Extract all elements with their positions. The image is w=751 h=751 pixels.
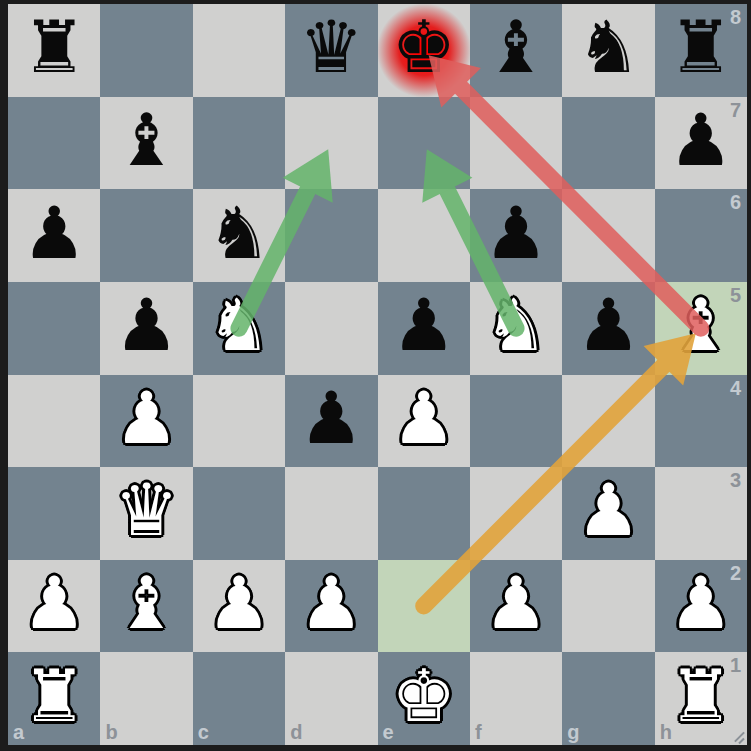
square-f2[interactable]: ♟ <box>470 560 562 653</box>
piece-black-bishop-f8[interactable]: ♝ <box>470 1 562 94</box>
square-c3[interactable] <box>193 467 285 560</box>
piece-black-king-e8[interactable]: ♚ <box>378 1 470 94</box>
square-a8[interactable]: ♜ <box>8 4 100 97</box>
square-e6[interactable] <box>378 189 470 282</box>
piece-black-pawn-f6[interactable]: ♟ <box>470 186 562 279</box>
square-f3[interactable] <box>470 467 562 560</box>
square-h4[interactable]: 4 <box>655 375 747 468</box>
file-label-d: d <box>290 721 302 744</box>
square-e2[interactable] <box>378 560 470 653</box>
piece-white-king-e1[interactable]: ♚ <box>378 649 470 742</box>
square-c5[interactable]: ♞ <box>193 282 285 375</box>
piece-white-rook-a1[interactable]: ♜ <box>8 649 100 742</box>
square-d3[interactable] <box>285 467 377 560</box>
piece-white-queen-b3[interactable]: ♛ <box>100 464 192 557</box>
square-c2[interactable]: ♟ <box>193 560 285 653</box>
square-b2[interactable]: ♝ <box>100 560 192 653</box>
rank-label-4: 4 <box>730 377 741 400</box>
square-d8[interactable]: ♛ <box>285 4 377 97</box>
piece-black-rook-h8[interactable]: ♜ <box>655 1 747 94</box>
square-d2[interactable]: ♟ <box>285 560 377 653</box>
square-h5[interactable]: 5♝ <box>655 282 747 375</box>
square-h3[interactable]: 3 <box>655 467 747 560</box>
piece-black-pawn-a6[interactable]: ♟ <box>8 186 100 279</box>
square-b3[interactable]: ♛ <box>100 467 192 560</box>
rank-label-3: 3 <box>730 469 741 492</box>
file-label-f: f <box>475 721 482 744</box>
square-c4[interactable] <box>193 375 285 468</box>
square-f6[interactable]: ♟ <box>470 189 562 282</box>
square-g6[interactable] <box>562 189 654 282</box>
square-a3[interactable] <box>8 467 100 560</box>
square-b6[interactable] <box>100 189 192 282</box>
piece-white-pawn-f2[interactable]: ♟ <box>470 557 562 650</box>
square-h2[interactable]: 2♟ <box>655 560 747 653</box>
piece-white-pawn-a2[interactable]: ♟ <box>8 557 100 650</box>
piece-black-pawn-g5[interactable]: ♟ <box>562 279 654 372</box>
piece-black-bishop-b7[interactable]: ♝ <box>100 94 192 187</box>
square-g5[interactable]: ♟ <box>562 282 654 375</box>
square-f4[interactable] <box>470 375 562 468</box>
square-g4[interactable] <box>562 375 654 468</box>
square-e7[interactable] <box>378 97 470 190</box>
square-d4[interactable]: ♟ <box>285 375 377 468</box>
square-g8[interactable]: ♞ <box>562 4 654 97</box>
square-d1[interactable]: d <box>285 652 377 745</box>
square-a5[interactable] <box>8 282 100 375</box>
piece-black-knight-c6[interactable]: ♞ <box>193 186 285 279</box>
square-e8[interactable]: ♚ <box>378 4 470 97</box>
piece-white-pawn-c2[interactable]: ♟ <box>193 557 285 650</box>
piece-white-knight-f5[interactable]: ♞ <box>470 279 562 372</box>
square-b5[interactable]: ♟ <box>100 282 192 375</box>
piece-white-pawn-h2[interactable]: ♟ <box>655 557 747 650</box>
square-g3[interactable]: ♟ <box>562 467 654 560</box>
piece-black-knight-g8[interactable]: ♞ <box>562 1 654 94</box>
square-g2[interactable] <box>562 560 654 653</box>
square-c8[interactable] <box>193 4 285 97</box>
file-label-g: g <box>567 721 579 744</box>
file-label-c: c <box>198 721 209 744</box>
piece-white-pawn-b4[interactable]: ♟ <box>100 372 192 465</box>
square-e1[interactable]: e♚ <box>378 652 470 745</box>
square-h7[interactable]: 7♟ <box>655 97 747 190</box>
square-c6[interactable]: ♞ <box>193 189 285 282</box>
piece-black-pawn-h7[interactable]: ♟ <box>655 94 747 187</box>
square-h8[interactable]: 8♜ <box>655 4 747 97</box>
square-a4[interactable] <box>8 375 100 468</box>
square-f5[interactable]: ♞ <box>470 282 562 375</box>
piece-white-bishop-h5[interactable]: ♝ <box>655 279 747 372</box>
piece-white-bishop-b2[interactable]: ♝ <box>100 557 192 650</box>
square-h6[interactable]: 6 <box>655 189 747 282</box>
piece-black-pawn-b5[interactable]: ♟ <box>100 279 192 372</box>
square-c1[interactable]: c <box>193 652 285 745</box>
board-resize-handle[interactable] <box>731 729 745 743</box>
square-a2[interactable]: ♟ <box>8 560 100 653</box>
square-b8[interactable] <box>100 4 192 97</box>
square-d6[interactable] <box>285 189 377 282</box>
piece-white-knight-c5[interactable]: ♞ <box>193 279 285 372</box>
square-a1[interactable]: a♜ <box>8 652 100 745</box>
square-d7[interactable] <box>285 97 377 190</box>
piece-black-pawn-e5[interactable]: ♟ <box>378 279 470 372</box>
square-a6[interactable]: ♟ <box>8 189 100 282</box>
square-b1[interactable]: b <box>100 652 192 745</box>
square-b4[interactable]: ♟ <box>100 375 192 468</box>
square-f7[interactable] <box>470 97 562 190</box>
piece-white-pawn-d2[interactable]: ♟ <box>285 557 377 650</box>
square-f8[interactable]: ♝ <box>470 4 562 97</box>
square-b7[interactable]: ♝ <box>100 97 192 190</box>
piece-black-rook-a8[interactable]: ♜ <box>8 1 100 94</box>
piece-white-pawn-g3[interactable]: ♟ <box>562 464 654 557</box>
square-f1[interactable]: f <box>470 652 562 745</box>
square-g1[interactable]: g <box>562 652 654 745</box>
square-c7[interactable] <box>193 97 285 190</box>
square-e4[interactable]: ♟ <box>378 375 470 468</box>
square-e5[interactable]: ♟ <box>378 282 470 375</box>
square-e3[interactable] <box>378 467 470 560</box>
rank-label-6: 6 <box>730 191 741 214</box>
chess-board: ♜♛♚♝♞8♜♝7♟♟♞♟6♟♞♟♞♟5♝♟♟♟4♛♟3♟♝♟♟♟2♟a♜bcd… <box>8 4 747 745</box>
square-h1[interactable]: h1♜ <box>655 652 747 745</box>
piece-black-queen-d8[interactable]: ♛ <box>285 1 377 94</box>
file-label-b: b <box>105 721 117 744</box>
piece-white-pawn-e4[interactable]: ♟ <box>378 372 470 465</box>
square-d5[interactable] <box>285 282 377 375</box>
square-a7[interactable] <box>8 97 100 190</box>
piece-black-pawn-d4[interactable]: ♟ <box>285 372 377 465</box>
chess-board-frame: ♜♛♚♝♞8♜♝7♟♟♞♟6♟♞♟♞♟5♝♟♟♟4♛♟3♟♝♟♟♟2♟a♜bcd… <box>0 0 751 751</box>
square-g7[interactable] <box>562 97 654 190</box>
